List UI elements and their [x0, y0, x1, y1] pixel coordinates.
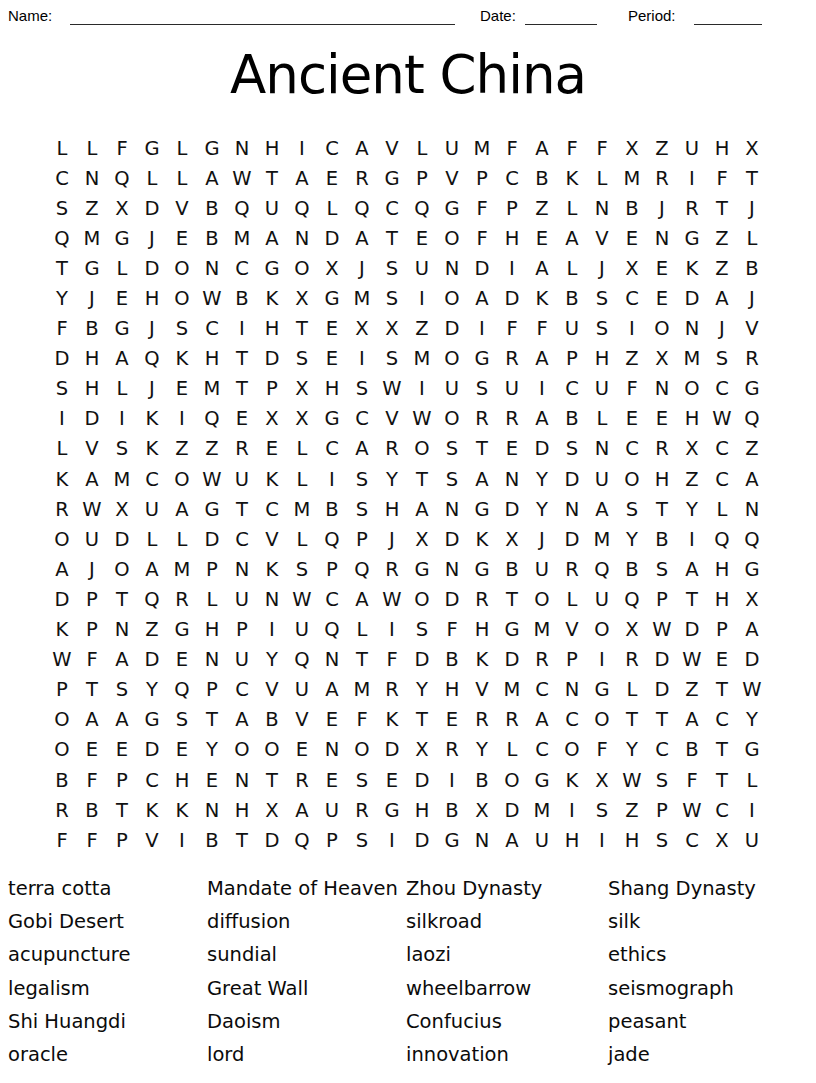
grid-cell-r2c10[interactable]: E — [317, 163, 347, 193]
grid-cell-r22c10[interactable]: E — [317, 765, 347, 795]
grid-cell-r3c7[interactable]: Q — [227, 193, 257, 223]
grid-cell-r5c14[interactable]: N — [437, 253, 467, 283]
grid-cell-r4c2[interactable]: M — [77, 223, 107, 253]
grid-cell-r17c3[interactable]: N — [107, 615, 137, 645]
grid-cell-r21c11[interactable]: O — [347, 735, 377, 765]
grid-cell-r24c3[interactable]: P — [107, 825, 137, 855]
grid-cell-r19c23[interactable]: T — [707, 675, 737, 705]
grid-cell-r13c8[interactable]: C — [257, 494, 287, 524]
grid-cell-r8c19[interactable]: H — [587, 344, 617, 374]
grid-cell-r15c1[interactable]: A — [47, 554, 77, 584]
grid-cell-r11c18[interactable]: S — [557, 434, 587, 464]
grid-cell-r5c20[interactable]: X — [617, 253, 647, 283]
grid-cell-r7c5[interactable]: S — [167, 314, 197, 344]
grid-cell-r17c20[interactable]: X — [617, 615, 647, 645]
grid-cell-r1c16[interactable]: F — [497, 133, 527, 163]
grid-cell-r19c2[interactable]: T — [77, 675, 107, 705]
grid-cell-r9c10[interactable]: H — [317, 374, 347, 404]
grid-cell-r11c24[interactable]: Z — [737, 434, 767, 464]
grid-cell-r7c17[interactable]: F — [527, 314, 557, 344]
grid-cell-r5c5[interactable]: O — [167, 253, 197, 283]
grid-cell-r11c15[interactable]: T — [467, 434, 497, 464]
grid-cell-r11c3[interactable]: S — [107, 434, 137, 464]
grid-cell-r21c21[interactable]: C — [647, 735, 677, 765]
grid-cell-r19c7[interactable]: C — [227, 675, 257, 705]
grid-cell-r12c7[interactable]: U — [227, 464, 257, 494]
grid-cell-r1c18[interactable]: F — [557, 133, 587, 163]
grid-cell-r11c6[interactable]: Z — [197, 434, 227, 464]
grid-cell-r7c8[interactable]: H — [257, 314, 287, 344]
grid-cell-r5c13[interactable]: U — [407, 253, 437, 283]
grid-cell-r3c8[interactable]: U — [257, 193, 287, 223]
grid-cell-r14c5[interactable]: L — [167, 524, 197, 554]
grid-cell-r4c19[interactable]: V — [587, 223, 617, 253]
grid-cell-r21c13[interactable]: X — [407, 735, 437, 765]
grid-cell-r20c18[interactable]: C — [557, 705, 587, 735]
grid-cell-r3c16[interactable]: P — [497, 193, 527, 223]
grid-cell-r4c16[interactable]: H — [497, 223, 527, 253]
grid-cell-r14c2[interactable]: U — [77, 524, 107, 554]
grid-cell-r21c14[interactable]: R — [437, 735, 467, 765]
grid-cell-r20c2[interactable]: A — [77, 705, 107, 735]
grid-cell-r6c14[interactable]: O — [437, 283, 467, 313]
grid-cell-r20c12[interactable]: K — [377, 705, 407, 735]
grid-cell-r19c24[interactable]: W — [737, 675, 767, 705]
grid-cell-r4c12[interactable]: T — [377, 223, 407, 253]
grid-cell-r6c21[interactable]: E — [647, 283, 677, 313]
grid-cell-r10c24[interactable]: Q — [737, 404, 767, 434]
grid-cell-r15c9[interactable]: S — [287, 554, 317, 584]
grid-cell-r4c13[interactable]: E — [407, 223, 437, 253]
grid-cell-r18c23[interactable]: E — [707, 645, 737, 675]
grid-cell-r24c15[interactable]: N — [467, 825, 497, 855]
grid-cell-r13c2[interactable]: W — [77, 494, 107, 524]
grid-cell-r3c3[interactable]: X — [107, 193, 137, 223]
grid-cell-r10c5[interactable]: I — [167, 404, 197, 434]
grid-cell-r9c21[interactable]: N — [647, 374, 677, 404]
grid-cell-r12c9[interactable]: L — [287, 464, 317, 494]
grid-cell-r24c20[interactable]: H — [617, 825, 647, 855]
grid-cell-r2c22[interactable]: I — [677, 163, 707, 193]
grid-cell-r19c18[interactable]: N — [557, 675, 587, 705]
grid-cell-r2c8[interactable]: T — [257, 163, 287, 193]
grid-cell-r18c2[interactable]: F — [77, 645, 107, 675]
grid-cell-r9c11[interactable]: S — [347, 374, 377, 404]
grid-cell-r3c10[interactable]: L — [317, 193, 347, 223]
grid-cell-r22c22[interactable]: F — [677, 765, 707, 795]
grid-cell-r14c20[interactable]: Y — [617, 524, 647, 554]
grid-cell-r16c9[interactable]: W — [287, 584, 317, 614]
grid-cell-r18c3[interactable]: A — [107, 645, 137, 675]
grid-cell-r10c3[interactable]: I — [107, 404, 137, 434]
grid-cell-r17c8[interactable]: I — [257, 615, 287, 645]
grid-cell-r8c8[interactable]: D — [257, 344, 287, 374]
grid-cell-r7c16[interactable]: F — [497, 314, 527, 344]
grid-cell-r20c10[interactable]: E — [317, 705, 347, 735]
grid-cell-r10c10[interactable]: G — [317, 404, 347, 434]
grid-cell-r21c7[interactable]: O — [227, 735, 257, 765]
grid-cell-r24c2[interactable]: F — [77, 825, 107, 855]
grid-cell-r21c16[interactable]: L — [497, 735, 527, 765]
grid-cell-r20c22[interactable]: A — [677, 705, 707, 735]
grid-cell-r7c4[interactable]: J — [137, 314, 167, 344]
grid-cell-r13c11[interactable]: S — [347, 494, 377, 524]
grid-cell-r22c16[interactable]: O — [497, 765, 527, 795]
grid-cell-r16c12[interactable]: W — [377, 584, 407, 614]
grid-cell-r9c4[interactable]: J — [137, 374, 167, 404]
grid-cell-r4c21[interactable]: N — [647, 223, 677, 253]
grid-cell-r5c24[interactable]: B — [737, 253, 767, 283]
grid-cell-r16c8[interactable]: N — [257, 584, 287, 614]
grid-cell-r22c5[interactable]: H — [167, 765, 197, 795]
grid-cell-r24c9[interactable]: Q — [287, 825, 317, 855]
grid-cell-r4c8[interactable]: A — [257, 223, 287, 253]
grid-cell-r6c20[interactable]: C — [617, 283, 647, 313]
grid-cell-r6c17[interactable]: K — [527, 283, 557, 313]
grid-cell-r7c3[interactable]: G — [107, 314, 137, 344]
grid-cell-r23c15[interactable]: X — [467, 795, 497, 825]
grid-cell-r17c15[interactable]: H — [467, 615, 497, 645]
grid-cell-r11c17[interactable]: D — [527, 434, 557, 464]
grid-cell-r24c7[interactable]: T — [227, 825, 257, 855]
grid-cell-r6c3[interactable]: E — [107, 283, 137, 313]
grid-cell-r1c1[interactable]: L — [47, 133, 77, 163]
grid-cell-r12c17[interactable]: Y — [527, 464, 557, 494]
grid-cell-r17c23[interactable]: P — [707, 615, 737, 645]
grid-cell-r13c17[interactable]: Y — [527, 494, 557, 524]
grid-cell-r17c4[interactable]: Z — [137, 615, 167, 645]
grid-cell-r12c23[interactable]: C — [707, 464, 737, 494]
grid-cell-r8c9[interactable]: S — [287, 344, 317, 374]
grid-cell-r15c17[interactable]: U — [527, 554, 557, 584]
grid-cell-r12c20[interactable]: O — [617, 464, 647, 494]
grid-cell-r16c13[interactable]: O — [407, 584, 437, 614]
grid-cell-r19c12[interactable]: R — [377, 675, 407, 705]
grid-cell-r4c7[interactable]: M — [227, 223, 257, 253]
grid-cell-r22c15[interactable]: B — [467, 765, 497, 795]
grid-cell-r11c16[interactable]: E — [497, 434, 527, 464]
grid-cell-r21c23[interactable]: T — [707, 735, 737, 765]
grid-cell-r16c24[interactable]: X — [737, 584, 767, 614]
grid-cell-r13c22[interactable]: Y — [677, 494, 707, 524]
grid-cell-r13c6[interactable]: G — [197, 494, 227, 524]
grid-cell-r18c9[interactable]: Q — [287, 645, 317, 675]
grid-cell-r7c12[interactable]: X — [377, 314, 407, 344]
grid-cell-r3c2[interactable]: Z — [77, 193, 107, 223]
grid-cell-r7c7[interactable]: I — [227, 314, 257, 344]
grid-cell-r5c10[interactable]: X — [317, 253, 347, 283]
grid-cell-r10c1[interactable]: I — [47, 404, 77, 434]
grid-cell-r9c6[interactable]: M — [197, 374, 227, 404]
grid-cell-r20c4[interactable]: G — [137, 705, 167, 735]
grid-cell-r10c22[interactable]: H — [677, 404, 707, 434]
grid-cell-r4c15[interactable]: F — [467, 223, 497, 253]
grid-cell-r5c2[interactable]: G — [77, 253, 107, 283]
grid-cell-r9c23[interactable]: C — [707, 374, 737, 404]
grid-cell-r23c7[interactable]: H — [227, 795, 257, 825]
grid-cell-r9c3[interactable]: L — [107, 374, 137, 404]
grid-cell-r23c12[interactable]: G — [377, 795, 407, 825]
grid-cell-r8c2[interactable]: H — [77, 344, 107, 374]
grid-cell-r19c11[interactable]: M — [347, 675, 377, 705]
grid-cell-r12c11[interactable]: S — [347, 464, 377, 494]
grid-cell-r23c8[interactable]: X — [257, 795, 287, 825]
grid-cell-r9c5[interactable]: E — [167, 374, 197, 404]
grid-cell-r6c18[interactable]: B — [557, 283, 587, 313]
grid-cell-r10c18[interactable]: B — [557, 404, 587, 434]
grid-cell-r19c15[interactable]: V — [467, 675, 497, 705]
grid-cell-r10c16[interactable]: R — [497, 404, 527, 434]
grid-cell-r19c13[interactable]: Y — [407, 675, 437, 705]
grid-cell-r17c1[interactable]: K — [47, 615, 77, 645]
grid-cell-r10c15[interactable]: R — [467, 404, 497, 434]
grid-cell-r1c3[interactable]: F — [107, 133, 137, 163]
grid-cell-r19c21[interactable]: D — [647, 675, 677, 705]
grid-cell-r8c21[interactable]: X — [647, 344, 677, 374]
grid-cell-r16c1[interactable]: D — [47, 584, 77, 614]
grid-cell-r23c13[interactable]: H — [407, 795, 437, 825]
grid-cell-r1c9[interactable]: I — [287, 133, 317, 163]
grid-cell-r18c6[interactable]: N — [197, 645, 227, 675]
grid-cell-r17c14[interactable]: F — [437, 615, 467, 645]
grid-cell-r12c1[interactable]: K — [47, 464, 77, 494]
grid-cell-r14c7[interactable]: C — [227, 524, 257, 554]
grid-cell-r13c18[interactable]: N — [557, 494, 587, 524]
grid-cell-r22c9[interactable]: R — [287, 765, 317, 795]
grid-cell-r6c6[interactable]: W — [197, 283, 227, 313]
grid-cell-r20c16[interactable]: R — [497, 705, 527, 735]
grid-cell-r21c15[interactable]: Y — [467, 735, 497, 765]
grid-cell-r6c4[interactable]: H — [137, 283, 167, 313]
grid-cell-r14c10[interactable]: Q — [317, 524, 347, 554]
grid-cell-r7c1[interactable]: F — [47, 314, 77, 344]
grid-cell-r4c22[interactable]: G — [677, 223, 707, 253]
grid-cell-r23c2[interactable]: B — [77, 795, 107, 825]
grid-cell-r16c19[interactable]: U — [587, 584, 617, 614]
grid-cell-r1c21[interactable]: Z — [647, 133, 677, 163]
grid-cell-r5c23[interactable]: Z — [707, 253, 737, 283]
grid-cell-r22c6[interactable]: E — [197, 765, 227, 795]
grid-cell-r9c15[interactable]: S — [467, 374, 497, 404]
grid-cell-r1c6[interactable]: G — [197, 133, 227, 163]
grid-cell-r23c19[interactable]: S — [587, 795, 617, 825]
grid-cell-r15c16[interactable]: B — [497, 554, 527, 584]
grid-cell-r2c9[interactable]: A — [287, 163, 317, 193]
grid-cell-r19c17[interactable]: C — [527, 675, 557, 705]
grid-cell-r2c24[interactable]: T — [737, 163, 767, 193]
grid-cell-r23c9[interactable]: A — [287, 795, 317, 825]
period-blank-line[interactable] — [694, 7, 762, 25]
grid-cell-r3c6[interactable]: B — [197, 193, 227, 223]
grid-cell-r20c1[interactable]: O — [47, 705, 77, 735]
grid-cell-r24c8[interactable]: D — [257, 825, 287, 855]
grid-cell-r15c2[interactable]: J — [77, 554, 107, 584]
grid-cell-r19c20[interactable]: L — [617, 675, 647, 705]
grid-cell-r15c21[interactable]: S — [647, 554, 677, 584]
grid-cell-r11c23[interactable]: C — [707, 434, 737, 464]
grid-cell-r6c2[interactable]: J — [77, 283, 107, 313]
grid-cell-r8c17[interactable]: A — [527, 344, 557, 374]
grid-cell-r17c2[interactable]: P — [77, 615, 107, 645]
grid-cell-r12c13[interactable]: T — [407, 464, 437, 494]
grid-cell-r13c24[interactable]: N — [737, 494, 767, 524]
grid-cell-r2c1[interactable]: C — [47, 163, 77, 193]
grid-cell-r11c10[interactable]: C — [317, 434, 347, 464]
grid-cell-r13c7[interactable]: T — [227, 494, 257, 524]
grid-cell-r24c14[interactable]: G — [437, 825, 467, 855]
grid-cell-r18c12[interactable]: F — [377, 645, 407, 675]
grid-cell-r23c4[interactable]: K — [137, 795, 167, 825]
grid-cell-r6c13[interactable]: I — [407, 283, 437, 313]
grid-cell-r15c18[interactable]: R — [557, 554, 587, 584]
grid-cell-r21c1[interactable]: O — [47, 735, 77, 765]
grid-cell-r2c5[interactable]: L — [167, 163, 197, 193]
grid-cell-r18c19[interactable]: I — [587, 645, 617, 675]
grid-cell-r18c17[interactable]: R — [527, 645, 557, 675]
grid-cell-r20c20[interactable]: T — [617, 705, 647, 735]
grid-cell-r12c21[interactable]: H — [647, 464, 677, 494]
grid-cell-r7c18[interactable]: U — [557, 314, 587, 344]
grid-cell-r6c7[interactable]: B — [227, 283, 257, 313]
grid-cell-r9c22[interactable]: O — [677, 374, 707, 404]
grid-cell-r11c9[interactable]: L — [287, 434, 317, 464]
grid-cell-r16c18[interactable]: L — [557, 584, 587, 614]
grid-cell-r5c3[interactable]: L — [107, 253, 137, 283]
grid-cell-r11c4[interactable]: K — [137, 434, 167, 464]
grid-cell-r1c19[interactable]: F — [587, 133, 617, 163]
grid-cell-r10c11[interactable]: C — [347, 404, 377, 434]
grid-cell-r23c16[interactable]: D — [497, 795, 527, 825]
grid-cell-r3c21[interactable]: J — [647, 193, 677, 223]
grid-cell-r5c9[interactable]: O — [287, 253, 317, 283]
grid-cell-r10c4[interactable]: K — [137, 404, 167, 434]
grid-cell-r2c7[interactable]: W — [227, 163, 257, 193]
grid-cell-r7c11[interactable]: X — [347, 314, 377, 344]
grid-cell-r7c22[interactable]: N — [677, 314, 707, 344]
grid-cell-r10c19[interactable]: L — [587, 404, 617, 434]
grid-cell-r3c4[interactable]: D — [137, 193, 167, 223]
grid-cell-r11c19[interactable]: N — [587, 434, 617, 464]
grid-cell-r9c20[interactable]: F — [617, 374, 647, 404]
grid-cell-r7c21[interactable]: O — [647, 314, 677, 344]
grid-cell-r14c21[interactable]: B — [647, 524, 677, 554]
grid-cell-r21c12[interactable]: D — [377, 735, 407, 765]
grid-cell-r18c7[interactable]: U — [227, 645, 257, 675]
grid-cell-r1c20[interactable]: X — [617, 133, 647, 163]
grid-cell-r20c6[interactable]: T — [197, 705, 227, 735]
grid-cell-r22c24[interactable]: L — [737, 765, 767, 795]
grid-cell-r2c6[interactable]: A — [197, 163, 227, 193]
grid-cell-r22c12[interactable]: E — [377, 765, 407, 795]
grid-cell-r9c24[interactable]: G — [737, 374, 767, 404]
grid-cell-r5c7[interactable]: C — [227, 253, 257, 283]
grid-cell-r2c12[interactable]: G — [377, 163, 407, 193]
grid-cell-r1c13[interactable]: L — [407, 133, 437, 163]
grid-cell-r22c1[interactable]: B — [47, 765, 77, 795]
grid-cell-r17c19[interactable]: O — [587, 615, 617, 645]
grid-cell-r14c17[interactable]: J — [527, 524, 557, 554]
grid-cell-r21c10[interactable]: N — [317, 735, 347, 765]
grid-cell-r13c10[interactable]: B — [317, 494, 347, 524]
grid-cell-r23c17[interactable]: M — [527, 795, 557, 825]
grid-cell-r7c9[interactable]: T — [287, 314, 317, 344]
grid-cell-r13c14[interactable]: N — [437, 494, 467, 524]
grid-cell-r19c4[interactable]: Y — [137, 675, 167, 705]
grid-cell-r8c14[interactable]: O — [437, 344, 467, 374]
grid-cell-r10c17[interactable]: A — [527, 404, 557, 434]
grid-cell-r16c4[interactable]: Q — [137, 584, 167, 614]
grid-cell-r4c9[interactable]: N — [287, 223, 317, 253]
grid-cell-r16c14[interactable]: D — [437, 584, 467, 614]
grid-cell-r2c16[interactable]: C — [497, 163, 527, 193]
grid-cell-r17c18[interactable]: V — [557, 615, 587, 645]
grid-cell-r7c6[interactable]: C — [197, 314, 227, 344]
grid-cell-r7c2[interactable]: B — [77, 314, 107, 344]
grid-cell-r6c19[interactable]: S — [587, 283, 617, 313]
grid-cell-r15c10[interactable]: P — [317, 554, 347, 584]
grid-cell-r24c23[interactable]: X — [707, 825, 737, 855]
grid-cell-r10c20[interactable]: E — [617, 404, 647, 434]
grid-cell-r5c16[interactable]: I — [497, 253, 527, 283]
grid-cell-r1c10[interactable]: C — [317, 133, 347, 163]
grid-cell-r10c13[interactable]: W — [407, 404, 437, 434]
grid-cell-r15c6[interactable]: P — [197, 554, 227, 584]
grid-cell-r2c15[interactable]: P — [467, 163, 497, 193]
grid-cell-r9c17[interactable]: I — [527, 374, 557, 404]
grid-cell-r24c19[interactable]: I — [587, 825, 617, 855]
grid-cell-r18c4[interactable]: D — [137, 645, 167, 675]
grid-cell-r8c18[interactable]: P — [557, 344, 587, 374]
grid-cell-r14c12[interactable]: J — [377, 524, 407, 554]
grid-cell-r6c23[interactable]: A — [707, 283, 737, 313]
grid-cell-r8c12[interactable]: S — [377, 344, 407, 374]
grid-cell-r17c10[interactable]: Q — [317, 615, 347, 645]
grid-cell-r24c18[interactable]: H — [557, 825, 587, 855]
grid-cell-r14c4[interactable]: L — [137, 524, 167, 554]
grid-cell-r17c16[interactable]: G — [497, 615, 527, 645]
grid-cell-r2c17[interactable]: B — [527, 163, 557, 193]
grid-cell-r15c13[interactable]: G — [407, 554, 437, 584]
grid-cell-r19c22[interactable]: Z — [677, 675, 707, 705]
grid-cell-r7c10[interactable]: E — [317, 314, 347, 344]
grid-cell-r24c13[interactable]: D — [407, 825, 437, 855]
grid-cell-r15c5[interactable]: M — [167, 554, 197, 584]
grid-cell-r8c7[interactable]: T — [227, 344, 257, 374]
grid-cell-r13c12[interactable]: H — [377, 494, 407, 524]
grid-cell-r11c21[interactable]: R — [647, 434, 677, 464]
grid-cell-r10c2[interactable]: D — [77, 404, 107, 434]
grid-cell-r17c12[interactable]: I — [377, 615, 407, 645]
grid-cell-r8c15[interactable]: G — [467, 344, 497, 374]
grid-cell-r22c11[interactable]: S — [347, 765, 377, 795]
grid-cell-r1c11[interactable]: A — [347, 133, 377, 163]
grid-cell-r7c24[interactable]: V — [737, 314, 767, 344]
grid-cell-r18c11[interactable]: T — [347, 645, 377, 675]
grid-cell-r24c22[interactable]: C — [677, 825, 707, 855]
grid-cell-r21c20[interactable]: Y — [617, 735, 647, 765]
grid-cell-r3c14[interactable]: G — [437, 193, 467, 223]
grid-cell-r13c19[interactable]: A — [587, 494, 617, 524]
grid-cell-r13c21[interactable]: T — [647, 494, 677, 524]
grid-cell-r16c17[interactable]: O — [527, 584, 557, 614]
grid-cell-r15c12[interactable]: R — [377, 554, 407, 584]
grid-cell-r1c2[interactable]: L — [77, 133, 107, 163]
grid-cell-r24c17[interactable]: U — [527, 825, 557, 855]
grid-cell-r2c18[interactable]: K — [557, 163, 587, 193]
grid-cell-r14c9[interactable]: L — [287, 524, 317, 554]
grid-cell-r23c11[interactable]: R — [347, 795, 377, 825]
grid-cell-r5c15[interactable]: D — [467, 253, 497, 283]
